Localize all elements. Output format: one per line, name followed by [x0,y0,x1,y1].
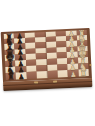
black-rook-piece: ♜ [7,73,15,82]
white-pawn-piece: ♟ [70,71,77,78]
clasp-icon [89,64,91,66]
board-cell: ♜ [6,73,17,80]
board-cell: ♟ [16,72,27,79]
product-photo: ♜♟♟♜♞♟♟♞♝♟♟♝♛♟♟♛♚♟♟♚♝♟♟♝♞♟♟♞♜♟♟♜ [0,0,95,126]
front-fold-line [3,81,92,86]
board-cell [57,70,68,77]
chess-board: ♜♟♟♜♞♟♟♞♝♟♟♝♛♟♟♛♚♟♟♚♝♟♟♝♞♟♟♞♜♟♟♜ [1,28,93,91]
board-cell [47,71,58,78]
hinge-icon [53,80,57,83]
board-cell: ♟ [68,70,79,77]
board-cell: ♜ [78,69,89,76]
board-cell [26,72,37,79]
board-top-surface: ♜♟♟♜♞♟♟♞♝♟♟♝♛♟♟♛♚♟♟♚♝♟♟♝♞♟♟♞♜♟♟♜ [1,28,92,82]
hinge-icon [34,81,38,84]
white-rook-piece: ♜ [80,69,88,78]
black-pawn-piece: ♟ [18,74,25,81]
